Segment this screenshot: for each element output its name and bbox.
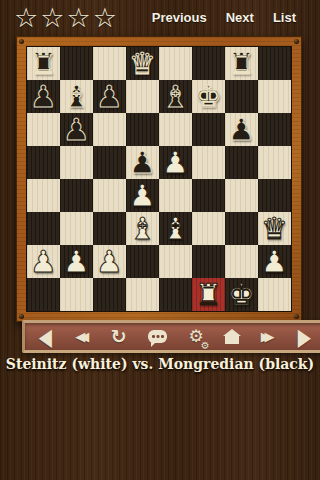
- piece-black-pawn: ♟: [60, 113, 93, 146]
- square-f4[interactable]: [192, 179, 225, 212]
- next-game-link[interactable]: Next: [226, 10, 254, 25]
- star-icon: ☆: [66, 2, 92, 33]
- square-a4[interactable]: [27, 179, 60, 212]
- piece-white-rook: ♜: [192, 278, 225, 311]
- square-h5[interactable]: [258, 146, 291, 179]
- square-c4[interactable]: [93, 179, 126, 212]
- square-d7[interactable]: [126, 80, 159, 113]
- small-gear-icon: ⚙: [201, 341, 210, 351]
- square-h7[interactable]: [258, 80, 291, 113]
- piece-white-bishop: ♝: [126, 212, 159, 245]
- square-a2[interactable]: ♟: [27, 245, 60, 278]
- square-e6[interactable]: [159, 113, 192, 146]
- piece-black-bishop: ♝: [60, 80, 93, 113]
- square-h6[interactable]: [258, 113, 291, 146]
- square-h2[interactable]: ♟: [258, 245, 291, 278]
- square-g1[interactable]: ♚: [225, 278, 258, 311]
- square-b6[interactable]: ♟: [60, 113, 93, 146]
- screw-icon: [19, 39, 24, 44]
- settings-gear-icon[interactable]: ⚙⚙: [189, 323, 204, 350]
- square-a3[interactable]: [27, 212, 60, 245]
- square-d6[interactable]: [126, 113, 159, 146]
- square-d5[interactable]: ♟: [126, 146, 159, 179]
- square-b5[interactable]: [60, 146, 93, 179]
- square-e5[interactable]: ♟: [159, 146, 192, 179]
- piece-black-pawn: ♟: [93, 80, 126, 113]
- square-f8[interactable]: [192, 47, 225, 80]
- comments-icon[interactable]: [148, 330, 167, 343]
- piece-black-pawn: ♟: [225, 113, 258, 146]
- square-a8[interactable]: ♜: [27, 47, 60, 80]
- square-b1[interactable]: [60, 278, 93, 311]
- square-f6[interactable]: [192, 113, 225, 146]
- square-d1[interactable]: [126, 278, 159, 311]
- nav-links: Previous Next List: [152, 10, 296, 25]
- board-frame: ♜♛♜♟♝♟♝♚♟♟♟♟♟♝♝♛♟♟♟♟♜♚: [16, 36, 302, 322]
- star-icon: ☆: [40, 2, 66, 33]
- square-c3[interactable]: [93, 212, 126, 245]
- piece-white-pawn: ♟: [60, 245, 93, 278]
- square-h4[interactable]: [258, 179, 291, 212]
- star-icon: ☆: [14, 2, 40, 33]
- screw-icon: [294, 39, 299, 44]
- square-d2[interactable]: [126, 245, 159, 278]
- star-icon: ☆: [93, 2, 119, 33]
- square-a1[interactable]: [27, 278, 60, 311]
- screw-icon: [294, 314, 299, 319]
- square-b2[interactable]: ♟: [60, 245, 93, 278]
- square-e3[interactable]: ♝: [159, 212, 192, 245]
- square-b3[interactable]: [60, 212, 93, 245]
- square-e1[interactable]: [159, 278, 192, 311]
- square-d8[interactable]: ♛: [126, 47, 159, 80]
- square-h8[interactable]: [258, 47, 291, 80]
- chess-board[interactable]: ♜♛♜♟♝♟♝♚♟♟♟♟♟♝♝♛♟♟♟♟♜♚: [26, 46, 292, 312]
- piece-black-rook: ♜: [225, 47, 258, 80]
- next-move-icon[interactable]: ▶: [298, 322, 311, 351]
- piece-black-pawn: ♟: [126, 146, 159, 179]
- fast-rewind-icon[interactable]: ◀◀: [75, 323, 89, 350]
- square-g6[interactable]: ♟: [225, 113, 258, 146]
- piece-white-pawn: ♟: [126, 179, 159, 212]
- square-c2[interactable]: ♟: [93, 245, 126, 278]
- square-h3[interactable]: ♛: [258, 212, 291, 245]
- piece-black-queen: ♛: [126, 47, 159, 80]
- square-f1[interactable]: ♜: [192, 278, 225, 311]
- home-icon[interactable]: [225, 336, 239, 344]
- square-g7[interactable]: [225, 80, 258, 113]
- square-g2[interactable]: [225, 245, 258, 278]
- piece-black-pawn: ♟: [27, 80, 60, 113]
- square-g3[interactable]: [225, 212, 258, 245]
- square-a6[interactable]: [27, 113, 60, 146]
- piece-white-pawn: ♟: [27, 245, 60, 278]
- square-d3[interactable]: ♝: [126, 212, 159, 245]
- piece-black-bishop: ♝: [159, 80, 192, 113]
- piece-white-pawn: ♟: [159, 146, 192, 179]
- game-list-link[interactable]: List: [273, 10, 296, 25]
- square-h1[interactable]: [258, 278, 291, 311]
- square-c5[interactable]: [93, 146, 126, 179]
- screw-icon: [19, 314, 24, 319]
- square-g5[interactable]: [225, 146, 258, 179]
- prev-move-icon[interactable]: ◀: [39, 322, 52, 351]
- piece-white-bishop: ♝: [159, 212, 192, 245]
- difficulty-stars: ☆☆☆☆: [14, 2, 119, 33]
- square-g8[interactable]: ♜: [225, 47, 258, 80]
- square-a5[interactable]: [27, 146, 60, 179]
- piece-white-queen: ♛: [258, 212, 291, 245]
- square-f2[interactable]: [192, 245, 225, 278]
- piece-black-king: ♚: [192, 80, 225, 113]
- square-e4[interactable]: [159, 179, 192, 212]
- top-bar: ☆☆☆☆ Previous Next List: [0, 0, 320, 34]
- square-b8[interactable]: [60, 47, 93, 80]
- square-e2[interactable]: [159, 245, 192, 278]
- square-d4[interactable]: ♟: [126, 179, 159, 212]
- square-f7[interactable]: ♚: [192, 80, 225, 113]
- piece-white-king: ♚: [225, 278, 258, 311]
- square-g4[interactable]: [225, 179, 258, 212]
- piece-white-pawn: ♟: [258, 245, 291, 278]
- square-f5[interactable]: [192, 146, 225, 179]
- square-c8[interactable]: [93, 47, 126, 80]
- square-b4[interactable]: [60, 179, 93, 212]
- game-caption: Steinitz (white) vs. Mongredian (black): [0, 356, 320, 372]
- square-e8[interactable]: [159, 47, 192, 80]
- toolbar: ◀◀◀↻⚙⚙▶▶▶: [22, 320, 320, 353]
- square-b7[interactable]: ♝: [60, 80, 93, 113]
- square-c1[interactable]: [93, 278, 126, 311]
- piece-white-pawn: ♟: [93, 245, 126, 278]
- square-c7[interactable]: ♟: [93, 80, 126, 113]
- refresh-icon[interactable]: ↻: [111, 323, 127, 350]
- piece-black-rook: ♜: [27, 47, 60, 80]
- square-a7[interactable]: ♟: [27, 80, 60, 113]
- square-e7[interactable]: ♝: [159, 80, 192, 113]
- previous-game-link[interactable]: Previous: [152, 10, 207, 25]
- square-c6[interactable]: [93, 113, 126, 146]
- square-f3[interactable]: [192, 212, 225, 245]
- fast-forward-icon[interactable]: ▶▶: [261, 323, 275, 350]
